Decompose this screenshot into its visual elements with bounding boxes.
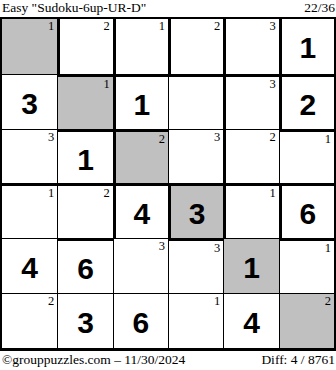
cell-r3c3[interactable]: 2 (113, 129, 168, 184)
cell-r6c3[interactable]: 6 (113, 293, 168, 348)
cell-digit: 1 (299, 29, 316, 63)
corner-mark: 3 (214, 130, 220, 144)
corner-mark: 2 (103, 186, 109, 200)
cell-r1c6[interactable]: 1 (279, 19, 334, 74)
cell-r4c2[interactable]: 2 (57, 183, 112, 238)
cell-r5c5[interactable]: 1 (223, 238, 278, 293)
cell-digit: 1 (243, 249, 260, 283)
cell-r2c4[interactable] (168, 74, 223, 129)
puzzle-page: Easy "Sudoku-6up-UR-D" 22/36 12123131132… (0, 0, 336, 370)
cell-r6c2[interactable]: 3 (57, 293, 112, 348)
cell-r2c3[interactable]: 1 (113, 74, 168, 129)
footer: ©grouppuzzles.com – 11/30/2024 Diff: 4 /… (0, 351, 336, 368)
cell-digit: 6 (299, 195, 316, 229)
cell-r5c1[interactable]: 4 (2, 238, 57, 293)
cell-r6c5[interactable]: 4 (223, 293, 278, 348)
corner-mark: 3 (214, 241, 220, 255)
puzzle-title: Easy "Sudoku-6up-UR-D" (0, 0, 146, 16)
cell-digit: 1 (133, 86, 150, 120)
corner-mark: 3 (159, 239, 165, 253)
cell-digit: 2 (299, 86, 316, 120)
cell-r5c4[interactable]: 3 (168, 238, 223, 293)
cell-r4c5[interactable]: 1 (223, 183, 278, 238)
cell-r5c6[interactable]: 1 (279, 238, 334, 293)
cell-digit: 3 (189, 195, 206, 229)
cell-digit: 3 (77, 304, 94, 338)
cell-r2c6[interactable]: 2 (279, 74, 334, 129)
corner-mark: 2 (214, 19, 220, 33)
corner-mark: 1 (325, 241, 331, 255)
corner-mark: 2 (325, 294, 331, 308)
corner-mark: 1 (103, 77, 109, 91)
cell-r3c6[interactable]: 1 (279, 129, 334, 184)
corner-mark: 1 (48, 19, 54, 33)
cell-r4c6[interactable]: 6 (279, 183, 334, 238)
corner-mark: 1 (325, 132, 331, 146)
corner-mark: 2 (269, 130, 275, 144)
corner-mark: 3 (48, 130, 54, 144)
cell-digit: 1 (77, 141, 94, 175)
cell-digit: 4 (133, 195, 150, 229)
sudoku-board: 12123131132312321124316463311236142 (0, 17, 336, 351)
cell-r3c4[interactable]: 3 (168, 129, 223, 184)
corner-mark: 1 (214, 294, 220, 308)
cell-r1c5[interactable]: 3 (223, 19, 278, 74)
cell-r2c5[interactable]: 3 (223, 74, 278, 129)
corner-mark: 1 (159, 19, 165, 33)
corner-mark: 2 (159, 132, 165, 146)
cell-digit: 6 (132, 304, 149, 338)
cell-r3c2[interactable]: 1 (57, 129, 112, 184)
cell-r1c2[interactable]: 2 (57, 19, 112, 74)
corner-mark: 3 (269, 77, 275, 91)
cell-r6c4[interactable]: 1 (168, 293, 223, 348)
cell-r4c4[interactable]: 3 (168, 183, 223, 238)
cell-r1c1[interactable]: 1 (2, 19, 57, 74)
cell-digit: 4 (21, 249, 38, 283)
cell-r2c2[interactable]: 1 (57, 74, 112, 129)
corner-mark: 1 (269, 186, 275, 200)
cell-r2c1[interactable]: 3 (2, 74, 57, 129)
corner-mark: 2 (103, 19, 109, 33)
progress-counter: 22/36 (304, 0, 336, 16)
cell-r5c3[interactable]: 3 (113, 238, 168, 293)
cell-r6c6[interactable]: 2 (279, 293, 334, 348)
cell-r4c1[interactable]: 1 (2, 183, 57, 238)
cell-r4c3[interactable]: 4 (113, 183, 168, 238)
corner-mark: 2 (48, 294, 54, 308)
copyright-text: ©grouppuzzles.com – 11/30/2024 (0, 352, 185, 368)
cell-r1c3[interactable]: 1 (113, 19, 168, 74)
cell-digit: 4 (243, 304, 260, 338)
corner-mark: 1 (48, 186, 54, 200)
difficulty-text: Diff: 4 / 8761 (261, 352, 336, 368)
cell-digit: 3 (21, 85, 38, 119)
cell-r3c5[interactable]: 2 (223, 129, 278, 184)
cell-r5c2[interactable]: 6 (57, 238, 112, 293)
corner-mark: 3 (269, 19, 275, 33)
header: Easy "Sudoku-6up-UR-D" 22/36 (0, 0, 336, 16)
cell-digit: 6 (77, 250, 94, 284)
cell-r3c1[interactable]: 3 (2, 129, 57, 184)
cell-r6c1[interactable]: 2 (2, 293, 57, 348)
cell-r1c4[interactable]: 2 (168, 19, 223, 74)
